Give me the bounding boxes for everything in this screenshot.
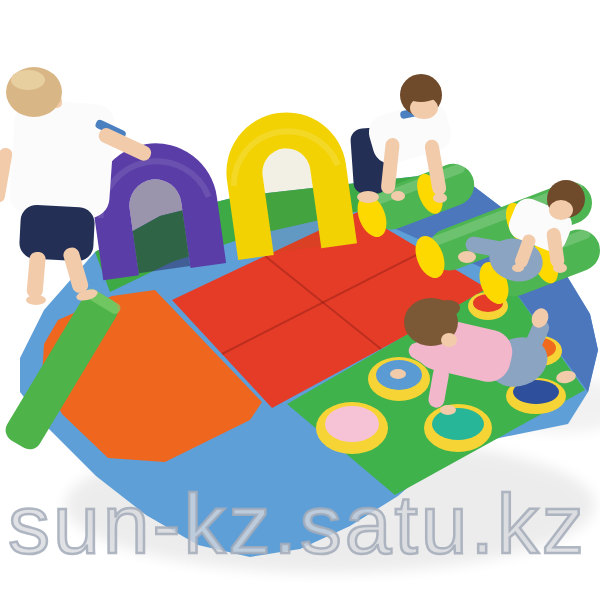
walking-boy-hair-highlight: [11, 70, 45, 90]
stepping-stone-pink: [316, 402, 388, 454]
walking-boy-left-foot: [26, 295, 46, 305]
stepping-stone-teal: [424, 404, 492, 452]
toddler-far-foot: [458, 251, 476, 263]
yellow-arch: [219, 105, 357, 260]
toddler-far-hand: [512, 264, 524, 272]
crawling-boy-fringe: [401, 78, 441, 102]
crawling-boy-foot: [357, 191, 379, 203]
baby-left-hand: [390, 369, 406, 379]
stone-top: [325, 406, 379, 442]
toddler-near-hand: [553, 263, 567, 273]
walking-boy-left-leg: [26, 251, 46, 298]
crawling-boy-right-hand: [433, 193, 447, 203]
walking-boy-torso: [8, 99, 116, 220]
photo-stage: sun-kz.satu.kz: [0, 0, 600, 600]
crawling-boy-left-hand: [391, 191, 405, 201]
baby-hair-wisp: [436, 300, 460, 316]
walking-boy-shorts: [19, 204, 96, 262]
stepping-stone-blue: [368, 357, 430, 401]
softplay-photo: [0, 0, 600, 600]
stone-top: [432, 408, 484, 440]
baby-cheek: [441, 333, 457, 347]
toddler-face: [549, 200, 573, 220]
baby-right-hand: [440, 405, 456, 415]
